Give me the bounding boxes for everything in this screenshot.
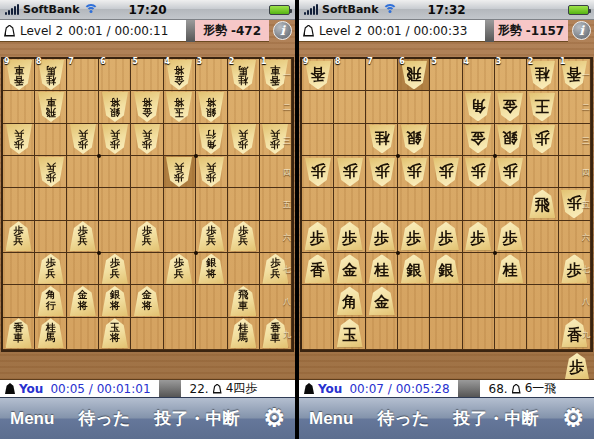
board-square[interactable]: 歩兵 — [228, 221, 260, 253]
evaluation-badge: 形勢 -1157 — [494, 20, 568, 42]
board-square[interactable]: 1一香車 — [260, 59, 292, 91]
hoshi-dot — [396, 251, 400, 255]
shogi-piece-香車[interactable]: 香車 — [6, 318, 32, 348]
last-move: 6一飛 — [525, 380, 557, 397]
board-square[interactable]: 歩 — [366, 156, 398, 188]
board-square[interactable]: 銀将 — [99, 285, 131, 317]
board-square[interactable]: 歩兵 — [3, 124, 35, 156]
board-square[interactable]: 三 — [559, 124, 591, 156]
board-square[interactable]: 歩 — [302, 156, 334, 188]
shogi-piece-歩[interactable]: 歩 — [497, 157, 523, 186]
board-square[interactable] — [527, 221, 559, 253]
shogi-piece-歩[interactable]: 歩 — [305, 157, 331, 186]
shogi-piece-歩[interactable]: 歩 — [305, 222, 331, 251]
shogi-piece-金将[interactable]: 金将 — [134, 286, 160, 316]
resign-button[interactable]: 投了・中断 — [154, 407, 239, 430]
board-square[interactable]: 銀 — [398, 124, 430, 156]
board-square[interactable] — [334, 188, 366, 220]
eval-label: 形勢 — [203, 22, 227, 39]
rank-label: 二 — [582, 102, 590, 113]
hoshi-dot — [97, 251, 101, 255]
shogi-piece-王[interactable]: 王 — [529, 92, 555, 121]
board-square[interactable]: 5 — [131, 59, 163, 91]
board-square[interactable] — [495, 188, 527, 220]
file-label: 8 — [36, 57, 42, 66]
file-label: 6 — [399, 57, 405, 66]
file-label: 4 — [165, 57, 171, 66]
board-square[interactable]: 三歩兵 — [260, 124, 292, 156]
board-square[interactable]: 歩 — [366, 221, 398, 253]
board-square[interactable] — [164, 318, 196, 350]
shogi-piece-銀[interactable]: 銀 — [401, 125, 427, 154]
shogi-piece-金将[interactable]: 金将 — [134, 92, 160, 122]
shogi-piece-歩[interactable]: 歩 — [497, 222, 523, 251]
shogi-piece-銀[interactable]: 銀 — [401, 254, 427, 283]
file-label: 2 — [229, 57, 235, 66]
board-square[interactable]: 八 — [260, 285, 292, 317]
board-square[interactable]: 3 — [196, 59, 228, 91]
rank-label: 八 — [283, 296, 291, 307]
board-square[interactable]: 歩 — [430, 221, 462, 253]
gote-move-icon — [213, 384, 222, 394]
board-square[interactable] — [164, 221, 196, 253]
hoshi-dot — [194, 251, 198, 255]
board-square[interactable]: 王 — [527, 91, 559, 123]
board-square[interactable] — [196, 285, 228, 317]
shogi-piece-歩[interactable]: 歩 — [529, 125, 555, 154]
board-square[interactable] — [3, 188, 35, 220]
shogi-piece-歩兵[interactable]: 歩兵 — [70, 221, 96, 251]
board-square[interactable]: 歩兵 — [3, 221, 35, 253]
board-square[interactable]: 飛車 — [35, 91, 67, 123]
shogi-piece-歩兵[interactable]: 歩兵 — [38, 157, 64, 187]
board-square[interactable] — [196, 318, 228, 350]
board-square[interactable]: 歩 — [463, 156, 495, 188]
shogi-piece-歩[interactable]: 歩 — [369, 157, 395, 186]
board-square[interactable]: 二 — [260, 91, 292, 123]
board-square[interactable] — [67, 156, 99, 188]
board-square[interactable] — [527, 285, 559, 317]
shogi-piece-桂[interactable]: 桂 — [497, 254, 523, 283]
resign-button[interactable]: 投了・中断 — [453, 407, 538, 430]
shogi-piece-歩兵[interactable]: 歩兵 — [166, 254, 192, 284]
board-square[interactable]: 9香 — [302, 59, 334, 91]
board-square[interactable]: 歩 — [430, 156, 462, 188]
board-square[interactable] — [131, 156, 163, 188]
board-square[interactable]: 4 — [463, 59, 495, 91]
board-square[interactable]: 角 — [463, 91, 495, 123]
shogi-piece-歩兵[interactable]: 歩兵 — [198, 221, 224, 251]
board-square[interactable]: 歩兵 — [164, 253, 196, 285]
eval-value: -1157 — [526, 24, 564, 38]
board-square[interactable]: 四 — [260, 156, 292, 188]
board-square[interactable]: 九香車 — [260, 318, 292, 350]
board-square[interactable] — [228, 156, 260, 188]
board-square[interactable]: 金将 — [131, 91, 163, 123]
rank-label: 四 — [582, 167, 590, 178]
board-square[interactable] — [398, 318, 430, 350]
board-square[interactable] — [3, 253, 35, 285]
shogi-piece-歩[interactable]: 歩 — [401, 222, 427, 251]
board-square[interactable]: 8桂馬 — [35, 59, 67, 91]
board-square[interactable]: 6飛 — [398, 59, 430, 91]
dual-screenshot-stage: SoftBank 17:20 Level 2 00:01 / 00:00:11 … — [0, 0, 594, 439]
board-square[interactable] — [67, 253, 99, 285]
board-square[interactable]: 玉将 — [164, 91, 196, 123]
board-square[interactable]: 銀 — [430, 253, 462, 285]
board-square[interactable]: 七歩 — [559, 253, 591, 285]
shogi-piece-銀将[interactable]: 銀将 — [198, 92, 224, 122]
shogi-piece-歩兵[interactable]: 歩兵 — [38, 254, 64, 284]
board-square[interactable] — [495, 285, 527, 317]
board-square[interactable] — [398, 188, 430, 220]
board-square[interactable] — [35, 124, 67, 156]
board-square[interactable]: 歩 — [334, 221, 366, 253]
shogi-piece-桂馬[interactable]: 桂馬 — [230, 318, 256, 348]
move-number: 22. — [190, 382, 209, 396]
board-square[interactable]: 六 — [559, 221, 591, 253]
rank-label: 三 — [582, 135, 590, 146]
shogi-piece-歩兵[interactable]: 歩兵 — [102, 124, 128, 154]
shogi-piece-歩兵[interactable]: 歩兵 — [134, 221, 160, 251]
shogi-piece-桂[interactable]: 桂 — [369, 125, 395, 154]
board-square[interactable] — [366, 188, 398, 220]
shogi-piece-歩[interactable]: 歩 — [337, 222, 363, 251]
shogi-piece-玉将[interactable]: 玉将 — [166, 92, 192, 122]
board-square[interactable] — [35, 188, 67, 220]
shogi-piece-玉[interactable]: 玉 — [337, 319, 363, 348]
engine-info-bar: Level 2 00:01 / 00:00:11 形勢 -472 i — [0, 20, 295, 42]
board-square[interactable]: 歩兵 — [131, 124, 163, 156]
board-square[interactable]: 銀将 — [196, 91, 228, 123]
shogi-piece-玉将[interactable]: 玉将 — [102, 318, 128, 348]
file-label: 1 — [560, 57, 566, 66]
file-label: 5 — [431, 57, 437, 66]
board-square[interactable] — [131, 253, 163, 285]
board-square[interactable] — [131, 318, 163, 350]
board-square[interactable]: 桂 — [366, 124, 398, 156]
status-time: 17:20 — [0, 3, 295, 17]
shogi-board[interactable]: 9香車8桂馬7654金将32桂馬1一香車飛車銀将金将玉将銀将二歩兵歩兵歩兵歩兵角… — [1, 57, 294, 352]
board-square[interactable] — [99, 156, 131, 188]
board-square[interactable] — [430, 91, 462, 123]
shogi-piece-歩[interactable]: 歩 — [369, 222, 395, 251]
shogi-piece-角行[interactable]: 角行 — [198, 124, 224, 154]
board-square[interactable]: 1一香 — [559, 59, 591, 91]
board-square[interactable]: 歩兵 — [131, 221, 163, 253]
shogi-piece-銀将[interactable]: 銀将 — [198, 254, 224, 284]
shogi-piece-歩兵[interactable]: 歩兵 — [198, 157, 224, 187]
board-square[interactable] — [463, 318, 495, 350]
shogi-piece-歩兵[interactable]: 歩兵 — [134, 124, 160, 154]
board-square[interactable]: 金 — [495, 91, 527, 123]
shogi-piece-歩兵[interactable]: 歩兵 — [230, 124, 256, 154]
board-square[interactable]: 銀 — [398, 253, 430, 285]
board-square[interactable]: 玉 — [334, 318, 366, 350]
board-square[interactable]: 歩兵 — [99, 253, 131, 285]
board-square[interactable] — [228, 253, 260, 285]
board-square[interactable] — [67, 91, 99, 123]
shogi-piece-歩兵[interactable]: 歩兵 — [230, 221, 256, 251]
player-name: You — [19, 382, 43, 396]
player-bar: You 00:07 / 00:05:28 68. 6一飛 — [299, 379, 594, 397]
shogi-piece-金[interactable]: 金 — [497, 92, 523, 121]
shogi-piece-歩兵[interactable]: 歩兵 — [166, 157, 192, 187]
shogi-piece-金[interactable]: 金 — [369, 286, 395, 315]
board-square[interactable]: 9香車 — [3, 59, 35, 91]
battery-icon — [269, 5, 290, 15]
board-square[interactable]: 歩 — [302, 221, 334, 253]
board-square[interactable]: 8 — [334, 59, 366, 91]
board-square[interactable] — [430, 318, 462, 350]
board-square[interactable]: 歩兵 — [67, 124, 99, 156]
separator — [159, 380, 181, 397]
file-label: 9 — [4, 57, 10, 66]
shogi-piece-桂[interactable]: 桂 — [369, 254, 395, 283]
board-square[interactable]: 桂 — [495, 253, 527, 285]
separator — [485, 20, 494, 42]
board-square[interactable]: 歩 — [398, 221, 430, 253]
board-square[interactable]: 七歩兵 — [260, 253, 292, 285]
board-square[interactable]: 玉将 — [99, 318, 131, 350]
board-square[interactable] — [302, 91, 334, 123]
board-square[interactable]: 7 — [67, 59, 99, 91]
shogi-piece-角行[interactable]: 角行 — [38, 286, 64, 316]
undo-button[interactable]: 待った — [377, 407, 429, 430]
board-square[interactable]: 歩兵 — [228, 124, 260, 156]
gote-piece-icon — [4, 25, 15, 37]
shogi-piece-歩[interactable]: 歩 — [433, 222, 459, 251]
shogi-piece-歩兵[interactable]: 歩兵 — [6, 221, 32, 251]
board-square[interactable]: 角 — [334, 285, 366, 317]
board-square[interactable] — [302, 318, 334, 350]
board-square[interactable]: 角行 — [35, 285, 67, 317]
shogi-piece-飛車[interactable]: 飛車 — [38, 92, 64, 122]
shogi-piece-香[interactable]: 香 — [305, 254, 331, 283]
info-button[interactable]: i — [273, 21, 292, 40]
shogi-piece-歩[interactable]: 歩 — [401, 157, 427, 186]
shogi-piece-金[interactable]: 金 — [465, 125, 491, 154]
shogi-piece-歩[interactable]: 歩 — [465, 157, 491, 186]
board-square[interactable]: 6 — [99, 59, 131, 91]
board-square[interactable] — [430, 188, 462, 220]
board-square[interactable]: 五 — [260, 188, 292, 220]
undo-button[interactable]: 待った — [78, 407, 130, 430]
board-square[interactable] — [527, 253, 559, 285]
board-square[interactable]: 六 — [260, 221, 292, 253]
board-square[interactable]: 歩兵 — [164, 156, 196, 188]
bottom-toolbar: Menu 待った 投了・中断 ⚙ — [0, 397, 295, 439]
board-square[interactable] — [334, 124, 366, 156]
last-move: 4四歩 — [226, 380, 258, 397]
file-label: 5 — [132, 57, 138, 66]
board-square[interactable] — [302, 285, 334, 317]
shogi-piece-銀将[interactable]: 銀将 — [102, 92, 128, 122]
board-square[interactable]: 金将 — [67, 285, 99, 317]
battery-icon — [568, 5, 589, 15]
board-square[interactable] — [164, 285, 196, 317]
board-square[interactable]: 5 — [430, 59, 462, 91]
shogi-piece-歩[interactable]: 歩 — [465, 222, 491, 251]
board-square[interactable]: 4金将 — [164, 59, 196, 91]
board-square[interactable]: 7 — [366, 59, 398, 91]
hoshi-dot — [493, 154, 497, 158]
shogi-piece-飛車[interactable]: 飛車 — [230, 286, 256, 316]
board-square[interactable] — [463, 253, 495, 285]
board-square[interactable] — [99, 188, 131, 220]
engine-clock: 00:01 / 00:00:33 — [367, 24, 467, 38]
file-label: 7 — [367, 57, 373, 66]
board-square[interactable] — [398, 91, 430, 123]
info-button[interactable]: i — [572, 21, 591, 40]
board-square[interactable]: 金 — [366, 285, 398, 317]
board-square[interactable] — [228, 91, 260, 123]
board-square[interactable] — [302, 124, 334, 156]
engine-level: Level 2 — [20, 24, 63, 38]
menu-button[interactable]: Menu — [10, 409, 54, 429]
board-square[interactable] — [527, 318, 559, 350]
board-square[interactable]: 歩兵 — [35, 253, 67, 285]
board-square[interactable] — [164, 124, 196, 156]
board-square[interactable]: 金将 — [131, 285, 163, 317]
hoshi-dot — [396, 154, 400, 158]
board-square[interactable]: 四 — [559, 156, 591, 188]
captured-piece-歩[interactable]: 歩 — [565, 353, 589, 379]
hoshi-dot — [493, 251, 497, 255]
board-square[interactable]: 角行 — [196, 124, 228, 156]
board-square[interactable]: 歩 — [398, 156, 430, 188]
rank-label: 六 — [582, 232, 590, 243]
board-square[interactable] — [3, 285, 35, 317]
board-square[interactable]: 八 — [559, 285, 591, 317]
board-square[interactable]: 歩兵 — [67, 221, 99, 253]
rank-label: 八 — [582, 296, 590, 307]
board-square[interactable] — [366, 91, 398, 123]
settings-gear-icon[interactable]: ⚙ — [263, 406, 285, 430]
shogi-board[interactable]: 9香876飛5432桂1一香角金王二桂銀金銀歩三歩歩歩歩歩歩歩四飛五歩歩歩歩歩歩… — [300, 57, 593, 352]
shogi-piece-銀[interactable]: 銀 — [497, 125, 523, 154]
board-square[interactable] — [164, 188, 196, 220]
board-square[interactable]: 歩 — [495, 221, 527, 253]
board-square[interactable]: 歩 — [527, 124, 559, 156]
file-label: 6 — [100, 57, 106, 66]
board-square[interactable]: 歩兵 — [196, 221, 228, 253]
board-square[interactable] — [366, 318, 398, 350]
board-square[interactable] — [228, 188, 260, 220]
board-square[interactable]: 歩兵 — [99, 124, 131, 156]
last-move-zone: 68. 6一飛 — [480, 380, 557, 397]
rank-label: 七 — [283, 264, 291, 275]
board-square[interactable]: 銀将 — [99, 91, 131, 123]
board-square[interactable] — [67, 188, 99, 220]
board-square[interactable] — [495, 318, 527, 350]
board-square[interactable] — [463, 285, 495, 317]
board-square[interactable] — [99, 221, 131, 253]
board-square[interactable]: 香 — [302, 253, 334, 285]
board-square[interactable]: 九香 — [559, 318, 591, 350]
board-square[interactable] — [131, 188, 163, 220]
board-square[interactable]: 桂馬 — [228, 318, 260, 350]
board-square[interactable]: 二 — [559, 91, 591, 123]
board-square[interactable] — [430, 285, 462, 317]
board-square[interactable]: 歩兵 — [35, 156, 67, 188]
shogi-piece-歩兵[interactable]: 歩兵 — [70, 124, 96, 154]
board-square[interactable] — [3, 91, 35, 123]
shogi-piece-金[interactable]: 金 — [337, 254, 363, 283]
ios-status-bar: SoftBank 17:20 — [0, 0, 295, 20]
board-square[interactable]: 桂馬 — [35, 318, 67, 350]
board-square[interactable] — [3, 156, 35, 188]
board-square[interactable]: 金 — [463, 124, 495, 156]
settings-gear-icon[interactable]: ⚙ — [562, 406, 584, 430]
shogi-piece-歩[interactable]: 歩 — [433, 157, 459, 186]
board-square[interactable]: 香車 — [3, 318, 35, 350]
eval-value: -472 — [231, 24, 261, 38]
player-clock: 00:07 / 00:05:28 — [349, 382, 449, 396]
shogi-piece-角[interactable]: 角 — [465, 92, 491, 121]
file-label: 8 — [335, 57, 341, 66]
board-square[interactable] — [334, 91, 366, 123]
board-square[interactable] — [67, 318, 99, 350]
shogi-piece-角[interactable]: 角 — [337, 286, 363, 315]
shogi-piece-銀将[interactable]: 銀将 — [102, 286, 128, 316]
file-label: 3 — [496, 57, 502, 66]
board-square[interactable]: 銀将 — [196, 253, 228, 285]
shogi-piece-歩兵[interactable]: 歩兵 — [6, 124, 32, 154]
board-square[interactable]: 歩 — [334, 156, 366, 188]
board-square[interactable]: 五歩 — [559, 188, 591, 220]
board-square[interactable]: 金 — [334, 253, 366, 285]
gote-move-icon — [512, 384, 521, 394]
board-square[interactable]: 歩 — [463, 221, 495, 253]
board-square[interactable] — [430, 124, 462, 156]
board-square[interactable]: 銀 — [495, 124, 527, 156]
menu-button[interactable]: Menu — [309, 409, 353, 429]
board-square[interactable]: 2桂 — [527, 59, 559, 91]
board-square[interactable] — [302, 188, 334, 220]
board-square[interactable] — [463, 188, 495, 220]
phone-screen-right: SoftBank 17:32 Level 2 00:01 / 00:00:33 … — [299, 0, 594, 439]
board-square[interactable] — [196, 188, 228, 220]
sente-piece-icon — [304, 383, 314, 394]
player-name: You — [318, 382, 342, 396]
file-label: 3 — [197, 57, 203, 66]
board-square[interactable]: 歩兵 — [196, 156, 228, 188]
last-move-zone: 22. 4四歩 — [181, 380, 258, 397]
player-bar: You 00:05 / 00:01:01 22. 4四歩 — [0, 379, 295, 397]
board-square[interactable]: 桂 — [366, 253, 398, 285]
board-square[interactable]: 2桂馬 — [228, 59, 260, 91]
engine-clock-zone: Level 2 00:01 / 00:00:11 — [0, 20, 186, 42]
phone-screen-left: SoftBank 17:20 Level 2 00:01 / 00:00:11 … — [0, 0, 295, 439]
shogi-piece-金将[interactable]: 金将 — [70, 286, 96, 316]
rank-label: 三 — [283, 135, 291, 146]
board-square[interactable] — [35, 221, 67, 253]
shogi-piece-歩兵[interactable]: 歩兵 — [102, 254, 128, 284]
board-square[interactable]: 飛車 — [228, 285, 260, 317]
shogi-piece-歩[interactable]: 歩 — [337, 157, 363, 186]
shogi-piece-飛[interactable]: 飛 — [529, 189, 555, 218]
rank-label: 五 — [283, 199, 291, 210]
board-square[interactable] — [398, 285, 430, 317]
board-square[interactable]: 飛 — [527, 188, 559, 220]
shogi-piece-桂馬[interactable]: 桂馬 — [38, 318, 64, 348]
board-square[interactable] — [527, 156, 559, 188]
engine-clock-zone: Level 2 00:01 / 00:00:33 — [299, 20, 485, 42]
board-square[interactable]: 歩 — [495, 156, 527, 188]
shogi-piece-銀[interactable]: 銀 — [433, 254, 459, 283]
board-square[interactable]: 3 — [495, 59, 527, 91]
